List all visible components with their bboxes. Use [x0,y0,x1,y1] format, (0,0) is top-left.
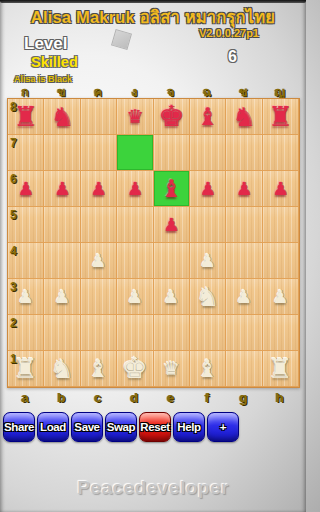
file-label-latin: c [80,390,116,405]
square-c2[interactable] [81,315,117,351]
piece-white-bishop[interactable]: ♝ [88,357,110,381]
square-g7[interactable] [226,135,262,171]
square-b4[interactable] [44,243,80,279]
square-h5[interactable] [263,207,299,243]
file-label-latin: f [189,390,225,405]
square-e4[interactable] [154,243,190,279]
square-g5[interactable] [226,207,262,243]
square-h6[interactable]: ♟ [263,171,299,207]
square-c1[interactable]: ♝ [81,351,117,387]
reset-button[interactable]: Reset [139,412,171,442]
piece-red-king[interactable]: ♚ [158,102,184,131]
square-b5[interactable] [44,207,80,243]
square-d6[interactable]: ♟ [117,171,153,207]
piece-red-pawn[interactable]: ♟ [127,180,143,198]
version-label: V2.0.0.27p1 [194,27,264,39]
square-g8[interactable]: ♞ [226,99,262,135]
piece-white-pawn[interactable]: ♟ [272,288,288,306]
piece-red-pawn[interactable]: ♟ [54,180,70,198]
square-a7[interactable] [8,135,44,171]
piece-white-rook[interactable]: ♜ [268,355,292,382]
square-f7[interactable] [190,135,226,171]
piece-white-bishop[interactable]: ♝ [197,357,219,381]
piece-red-knight[interactable]: ♞ [50,104,73,130]
square-b3[interactable]: ♟ [44,279,80,315]
piece-white-pawn[interactable]: ♟ [54,288,70,306]
piece-red-rook[interactable]: ♜ [14,103,38,130]
square-c3[interactable] [81,279,117,315]
square-e6[interactable]: ♝ [154,171,190,207]
piece-white-rook[interactable]: ♜ [14,355,38,382]
square-f6[interactable]: ♟ [190,171,226,207]
square-h8[interactable]: ♜ [263,99,299,135]
square-e1[interactable]: ♛ [154,351,190,387]
load-button[interactable]: Load [37,412,69,442]
piece-red-pawn[interactable]: ♟ [236,180,252,198]
file-label-latin: e [153,390,189,405]
square-f8[interactable]: ♝ [190,99,226,135]
square-a2[interactable] [8,315,44,351]
square-d4[interactable] [117,243,153,279]
square-a5[interactable] [8,207,44,243]
square-f2[interactable] [190,315,226,351]
square-c7[interactable] [81,135,117,171]
square-a6[interactable]: ♟ [8,171,44,207]
tilted-gray-tile-icon [111,29,132,50]
piece-red-rook[interactable]: ♜ [268,103,292,130]
piece-white-knight[interactable]: ♞ [50,356,73,382]
square-c8[interactable] [81,99,117,135]
square-a3[interactable]: ♟ [8,279,44,315]
square-g1[interactable] [226,351,262,387]
screen-top-edge [0,0,306,3]
piece-white-pawn[interactable]: ♟ [199,252,215,270]
square-g3[interactable]: ♟ [226,279,262,315]
square-e7[interactable] [154,135,190,171]
toolbar: Share Load Save Swap Reset Help + [3,412,239,442]
swap-button[interactable]: Swap [105,412,137,442]
square-e2[interactable] [154,315,190,351]
file-label-latin: g [225,390,261,405]
square-a8[interactable]: ♜ [8,99,44,135]
save-button[interactable]: Save [71,412,103,442]
file-label-latin: h [262,390,298,405]
square-b6[interactable]: ♟ [44,171,80,207]
square-f3[interactable]: ♞ [190,279,226,315]
square-g6[interactable]: ♟ [226,171,262,207]
piece-white-pawn[interactable]: ♟ [127,288,143,306]
share-button[interactable]: Share [3,412,35,442]
square-h3[interactable]: ♟ [263,279,299,315]
square-b7[interactable] [44,135,80,171]
level-value[interactable]: Skilled [31,54,78,70]
piece-white-king[interactable]: ♚ [122,354,148,383]
square-d3[interactable]: ♟ [117,279,153,315]
piece-red-pawn[interactable]: ♟ [163,216,179,234]
square-a1[interactable]: ♜ [8,351,44,387]
square-b8[interactable]: ♞ [44,99,80,135]
piece-red-pawn[interactable]: ♟ [199,180,215,198]
square-a4[interactable] [8,243,44,279]
piece-red-pawn[interactable]: ♟ [272,180,288,198]
square-g2[interactable] [226,315,262,351]
square-d7[interactable] [117,135,153,171]
piece-red-knight[interactable]: ♞ [232,104,255,130]
square-g4[interactable] [226,243,262,279]
move-counter: 6 [228,48,237,66]
square-d5[interactable] [117,207,153,243]
square-e5[interactable]: ♟ [154,207,190,243]
piece-white-pawn[interactable]: ♟ [163,288,179,306]
piece-white-pawn[interactable]: ♟ [236,288,252,306]
piece-red-queen[interactable]: ♛ [126,107,143,126]
square-e3[interactable]: ♟ [154,279,190,315]
square-f1[interactable]: ♝ [190,351,226,387]
file-labels-latin: abcdefgh [7,390,298,405]
square-b1[interactable]: ♞ [44,351,80,387]
piece-white-knight[interactable]: ♞ [196,284,219,310]
square-c6[interactable]: ♟ [81,171,117,207]
level-label: Level [24,34,67,54]
square-d1[interactable]: ♚ [117,351,153,387]
makruk-board[interactable]: ♜♞♛♚♝♞♜87♟♟♟♟♝♟♟♟6♟5♟♟4♟♟♟♟♞♟♟32♜♞♝♚♛♝♜1 [7,98,300,388]
plus-button[interactable]: + [207,412,239,442]
square-c5[interactable] [81,207,117,243]
file-label-latin: b [43,390,79,405]
square-h4[interactable] [263,243,299,279]
piece-red-bishop[interactable]: ♝ [197,105,219,129]
piece-red-pawn[interactable]: ♟ [18,180,34,198]
piece-white-queen[interactable]: ♛ [163,359,180,378]
piece-white-pawn[interactable]: ♟ [18,288,34,306]
square-h1[interactable]: ♜ [263,351,299,387]
piece-red-pawn[interactable]: ♟ [90,180,106,198]
developer-watermark: Peacedeveloper [0,477,306,499]
piece-white-pawn[interactable]: ♟ [90,252,106,270]
square-b2[interactable] [44,315,80,351]
help-button[interactable]: Help [173,412,205,442]
square-d2[interactable] [117,315,153,351]
square-d8[interactable]: ♛ [117,99,153,135]
square-h2[interactable] [263,315,299,351]
file-label-latin: d [116,390,152,405]
square-c4[interactable]: ♟ [81,243,117,279]
square-h7[interactable] [263,135,299,171]
square-e8[interactable]: ♚ [154,99,190,135]
square-f5[interactable] [190,207,226,243]
square-f4[interactable]: ♟ [190,243,226,279]
piece-red-bishop[interactable]: ♝ [160,177,182,201]
file-label-latin: a [7,390,43,405]
